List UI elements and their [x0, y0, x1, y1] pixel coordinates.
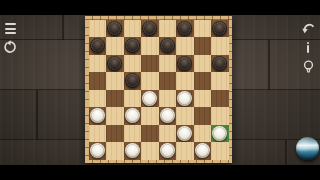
board-square-r7c3: [124, 125, 142, 143]
black-checker-piece[interactable]: [142, 21, 157, 36]
white-checker-piece[interactable]: [177, 126, 192, 141]
board-square-r4c4: [141, 72, 159, 90]
board-square-r4c8: [211, 72, 229, 90]
black-checker-piece[interactable]: [177, 21, 192, 36]
menu-button[interactable]: [5, 23, 16, 34]
board-square-r8c4: [141, 142, 159, 160]
board-square-r2c6: [176, 37, 194, 55]
white-checker-piece[interactable]: [160, 108, 175, 123]
board-square-r2c8: [211, 37, 229, 55]
board-square-r7c4[interactable]: [141, 125, 159, 143]
info-icon: [307, 45, 309, 53]
board-square-r4c2: [106, 72, 124, 90]
board-square-r1c7: [194, 20, 212, 38]
board-square-r6c7[interactable]: [194, 107, 212, 125]
info-button[interactable]: [304, 41, 312, 54]
black-checker-piece[interactable]: [212, 56, 227, 71]
board-square-r4c5[interactable]: [159, 72, 177, 90]
board-square-r3c3: [124, 55, 142, 73]
plank-seam: [268, 40, 270, 90]
board-square-r1c2[interactable]: [106, 20, 124, 38]
board-square-r1c8[interactable]: [211, 20, 229, 38]
black-checker-piece[interactable]: [160, 38, 175, 53]
checkers-board: [85, 16, 232, 163]
board-square-r6c1[interactable]: [89, 107, 107, 125]
board-square-r5c6[interactable]: [176, 90, 194, 108]
letterbox-bottom: [0, 165, 320, 180]
board-square-r3c5: [159, 55, 177, 73]
board-square-r8c3[interactable]: [124, 142, 142, 160]
plank-seam: [285, 140, 287, 165]
board-square-r4c3[interactable]: [124, 72, 142, 90]
board-square-r4c1[interactable]: [89, 72, 107, 90]
letterbox-top: [0, 0, 320, 15]
board-square-r8c8: [211, 142, 229, 160]
hamburger-menu-icon: [5, 32, 16, 34]
board-square-r5c8[interactable]: [211, 90, 229, 108]
black-checker-piece[interactable]: [125, 38, 140, 53]
white-checker-piece[interactable]: [125, 143, 140, 158]
board-square-r7c5: [159, 125, 177, 143]
white-checker-piece[interactable]: [90, 108, 105, 123]
board-square-r8c1[interactable]: [89, 142, 107, 160]
black-checker-piece[interactable]: [212, 21, 227, 36]
board-square-r5c2[interactable]: [106, 90, 124, 108]
hamburger-menu-icon: [5, 28, 16, 30]
board-square-r5c4[interactable]: [141, 90, 159, 108]
board-square-r3c6[interactable]: [176, 55, 194, 73]
restart-circular-arrow-icon: [3, 40, 17, 54]
white-checker-piece[interactable]: [195, 143, 210, 158]
board-square-r7c1: [89, 125, 107, 143]
board-square-r4c6: [176, 72, 194, 90]
info-icon: [307, 42, 309, 44]
white-checker-piece[interactable]: [160, 143, 175, 158]
board-square-r3c7: [194, 55, 212, 73]
highlighted-board-square-r7c8[interactable]: [211, 125, 229, 143]
board-square-r2c7[interactable]: [194, 37, 212, 55]
board-square-r6c3[interactable]: [124, 107, 142, 125]
plank-seam: [62, 15, 64, 40]
black-checker-piece[interactable]: [125, 73, 140, 88]
board-square-r3c8[interactable]: [211, 55, 229, 73]
board-square-r7c7: [194, 125, 212, 143]
striped-marble-sphere[interactable]: [296, 137, 319, 160]
board-square-r2c2: [106, 37, 124, 55]
board-square-r1c1: [89, 20, 107, 38]
plank-seam: [36, 90, 38, 140]
board-square-r6c2: [106, 107, 124, 125]
board-square-r5c1: [89, 90, 107, 108]
board-square-r5c5: [159, 90, 177, 108]
board-square-r1c4[interactable]: [141, 20, 159, 38]
board-square-r5c3: [124, 90, 142, 108]
board-square-r8c7[interactable]: [194, 142, 212, 160]
board-square-r1c5: [159, 20, 177, 38]
lightbulb-hint-icon: [303, 60, 314, 75]
undo-curved-arrow-icon: [301, 20, 316, 34]
board-square-r6c5[interactable]: [159, 107, 177, 125]
white-checker-piece[interactable]: [142, 91, 157, 106]
board-square-r4c7[interactable]: [194, 72, 212, 90]
app-screen: [0, 0, 320, 180]
board-grid: [89, 20, 229, 160]
board-square-r2c4: [141, 37, 159, 55]
board-square-r3c2[interactable]: [106, 55, 124, 73]
board-square-r5c7: [194, 90, 212, 108]
board-square-r6c8: [211, 107, 229, 125]
board-square-r7c6[interactable]: [176, 125, 194, 143]
board-square-r6c6: [176, 107, 194, 125]
board-square-r2c5[interactable]: [159, 37, 177, 55]
board-square-r2c1[interactable]: [89, 37, 107, 55]
hint-button[interactable]: [303, 60, 314, 75]
undo-button[interactable]: [301, 20, 316, 34]
black-checker-piece[interactable]: [107, 21, 122, 36]
board-square-r3c1: [89, 55, 107, 73]
white-checker-piece[interactable]: [212, 126, 227, 141]
board-square-r2c3[interactable]: [124, 37, 142, 55]
board-square-r8c6: [176, 142, 194, 160]
hamburger-menu-icon: [5, 23, 16, 25]
board-square-r1c6[interactable]: [176, 20, 194, 38]
restart-button[interactable]: [3, 40, 17, 54]
board-square-r8c2: [106, 142, 124, 160]
board-square-r6c4: [141, 107, 159, 125]
white-checker-piece[interactable]: [177, 91, 192, 106]
black-checker-piece[interactable]: [90, 38, 105, 53]
board-square-r8c5[interactable]: [159, 142, 177, 160]
white-checker-piece[interactable]: [125, 108, 140, 123]
black-checker-piece[interactable]: [107, 56, 122, 71]
board-square-r1c3: [124, 20, 142, 38]
board-square-r7c2[interactable]: [106, 125, 124, 143]
black-checker-piece[interactable]: [177, 56, 192, 71]
white-checker-piece[interactable]: [90, 143, 105, 158]
board-square-r3c4[interactable]: [141, 55, 159, 73]
